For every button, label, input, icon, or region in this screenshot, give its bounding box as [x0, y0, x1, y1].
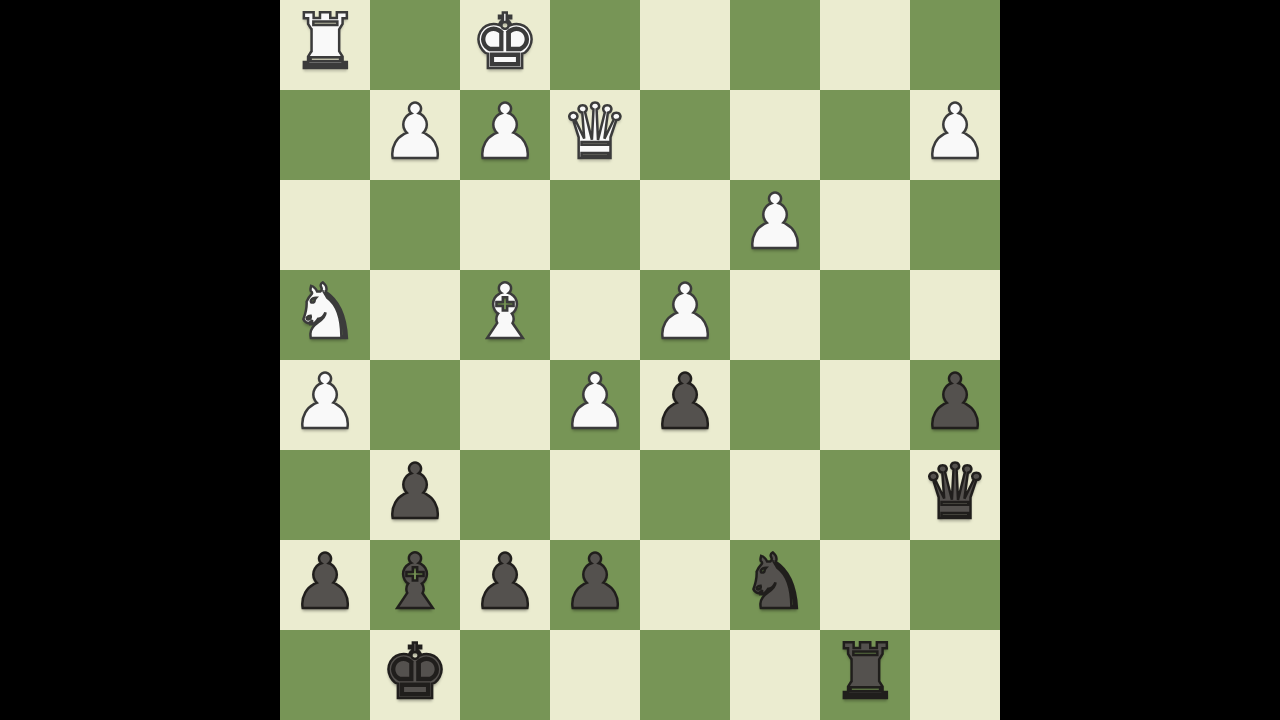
- square-b2[interactable]: [820, 90, 910, 180]
- square-f2[interactable]: ♟: [460, 90, 550, 180]
- square-g7[interactable]: ♝: [370, 540, 460, 630]
- square-d1[interactable]: [640, 0, 730, 90]
- square-h2[interactable]: [280, 90, 370, 180]
- square-b6[interactable]: [820, 450, 910, 540]
- square-b8[interactable]: ♜: [820, 630, 910, 720]
- video-frame: ♜♚♟♟♛♟♟♞♝♟♟♟♟♟♟♛♟♝♟♟♞♚♜: [0, 0, 1280, 720]
- square-d4[interactable]: ♟: [640, 270, 730, 360]
- square-e1[interactable]: [550, 0, 640, 90]
- square-a3[interactable]: [910, 180, 1000, 270]
- square-c6[interactable]: [730, 450, 820, 540]
- square-b1[interactable]: [820, 0, 910, 90]
- square-d3[interactable]: [640, 180, 730, 270]
- black-knight[interactable]: ♞: [741, 540, 809, 627]
- square-e4[interactable]: [550, 270, 640, 360]
- black-king[interactable]: ♚: [381, 630, 449, 717]
- black-queen[interactable]: ♛: [921, 450, 989, 537]
- square-f8[interactable]: [460, 630, 550, 720]
- square-a6[interactable]: ♛: [910, 450, 1000, 540]
- square-b4[interactable]: [820, 270, 910, 360]
- square-c8[interactable]: [730, 630, 820, 720]
- black-pawn[interactable]: ♟: [471, 540, 539, 627]
- white-rook[interactable]: ♜: [291, 0, 359, 87]
- square-c3[interactable]: ♟: [730, 180, 820, 270]
- square-b3[interactable]: [820, 180, 910, 270]
- white-pawn[interactable]: ♟: [471, 90, 539, 177]
- square-c7[interactable]: ♞: [730, 540, 820, 630]
- square-a1[interactable]: [910, 0, 1000, 90]
- square-c2[interactable]: [730, 90, 820, 180]
- chess-board[interactable]: ♜♚♟♟♛♟♟♞♝♟♟♟♟♟♟♛♟♝♟♟♞♚♜: [280, 0, 1000, 720]
- square-h4[interactable]: ♞: [280, 270, 370, 360]
- square-d5[interactable]: ♟: [640, 360, 730, 450]
- square-b7[interactable]: [820, 540, 910, 630]
- white-pawn[interactable]: ♟: [651, 270, 719, 357]
- black-pawn[interactable]: ♟: [561, 540, 629, 627]
- square-a4[interactable]: [910, 270, 1000, 360]
- square-d7[interactable]: [640, 540, 730, 630]
- white-pawn[interactable]: ♟: [921, 90, 989, 177]
- square-a8[interactable]: [910, 630, 1000, 720]
- square-g1[interactable]: [370, 0, 460, 90]
- square-a7[interactable]: [910, 540, 1000, 630]
- square-b5[interactable]: [820, 360, 910, 450]
- square-f7[interactable]: ♟: [460, 540, 550, 630]
- square-c5[interactable]: [730, 360, 820, 450]
- square-d2[interactable]: [640, 90, 730, 180]
- white-pawn[interactable]: ♟: [381, 90, 449, 177]
- square-e5[interactable]: ♟: [550, 360, 640, 450]
- square-a5[interactable]: ♟: [910, 360, 1000, 450]
- square-f4[interactable]: ♝: [460, 270, 550, 360]
- square-e7[interactable]: ♟: [550, 540, 640, 630]
- square-g8[interactable]: ♚: [370, 630, 460, 720]
- black-pawn[interactable]: ♟: [291, 540, 359, 627]
- square-c4[interactable]: [730, 270, 820, 360]
- white-pawn[interactable]: ♟: [561, 360, 629, 447]
- square-f6[interactable]: [460, 450, 550, 540]
- square-e3[interactable]: [550, 180, 640, 270]
- black-bishop[interactable]: ♝: [381, 540, 449, 627]
- square-f3[interactable]: [460, 180, 550, 270]
- square-e2[interactable]: ♛: [550, 90, 640, 180]
- white-queen[interactable]: ♛: [561, 90, 629, 177]
- square-h5[interactable]: ♟: [280, 360, 370, 450]
- square-g2[interactable]: ♟: [370, 90, 460, 180]
- square-g5[interactable]: [370, 360, 460, 450]
- black-pawn[interactable]: ♟: [921, 360, 989, 447]
- square-h1[interactable]: ♜: [280, 0, 370, 90]
- black-rook[interactable]: ♜: [831, 630, 899, 717]
- square-d8[interactable]: [640, 630, 730, 720]
- white-pawn[interactable]: ♟: [291, 360, 359, 447]
- square-f1[interactable]: ♚: [460, 0, 550, 90]
- square-e8[interactable]: [550, 630, 640, 720]
- square-c1[interactable]: [730, 0, 820, 90]
- letterbox-right: [1000, 0, 1280, 720]
- black-pawn[interactable]: ♟: [381, 450, 449, 537]
- square-h7[interactable]: ♟: [280, 540, 370, 630]
- square-e6[interactable]: [550, 450, 640, 540]
- square-f5[interactable]: [460, 360, 550, 450]
- square-g3[interactable]: [370, 180, 460, 270]
- square-h6[interactable]: [280, 450, 370, 540]
- square-h3[interactable]: [280, 180, 370, 270]
- white-pawn[interactable]: ♟: [741, 180, 809, 267]
- square-h8[interactable]: [280, 630, 370, 720]
- square-g6[interactable]: ♟: [370, 450, 460, 540]
- square-g4[interactable]: [370, 270, 460, 360]
- square-d6[interactable]: [640, 450, 730, 540]
- white-king[interactable]: ♚: [471, 0, 539, 87]
- white-knight[interactable]: ♞: [291, 270, 359, 357]
- letterbox-left: [0, 0, 280, 720]
- white-bishop[interactable]: ♝: [471, 270, 539, 357]
- black-pawn[interactable]: ♟: [651, 360, 719, 447]
- square-a2[interactable]: ♟: [910, 90, 1000, 180]
